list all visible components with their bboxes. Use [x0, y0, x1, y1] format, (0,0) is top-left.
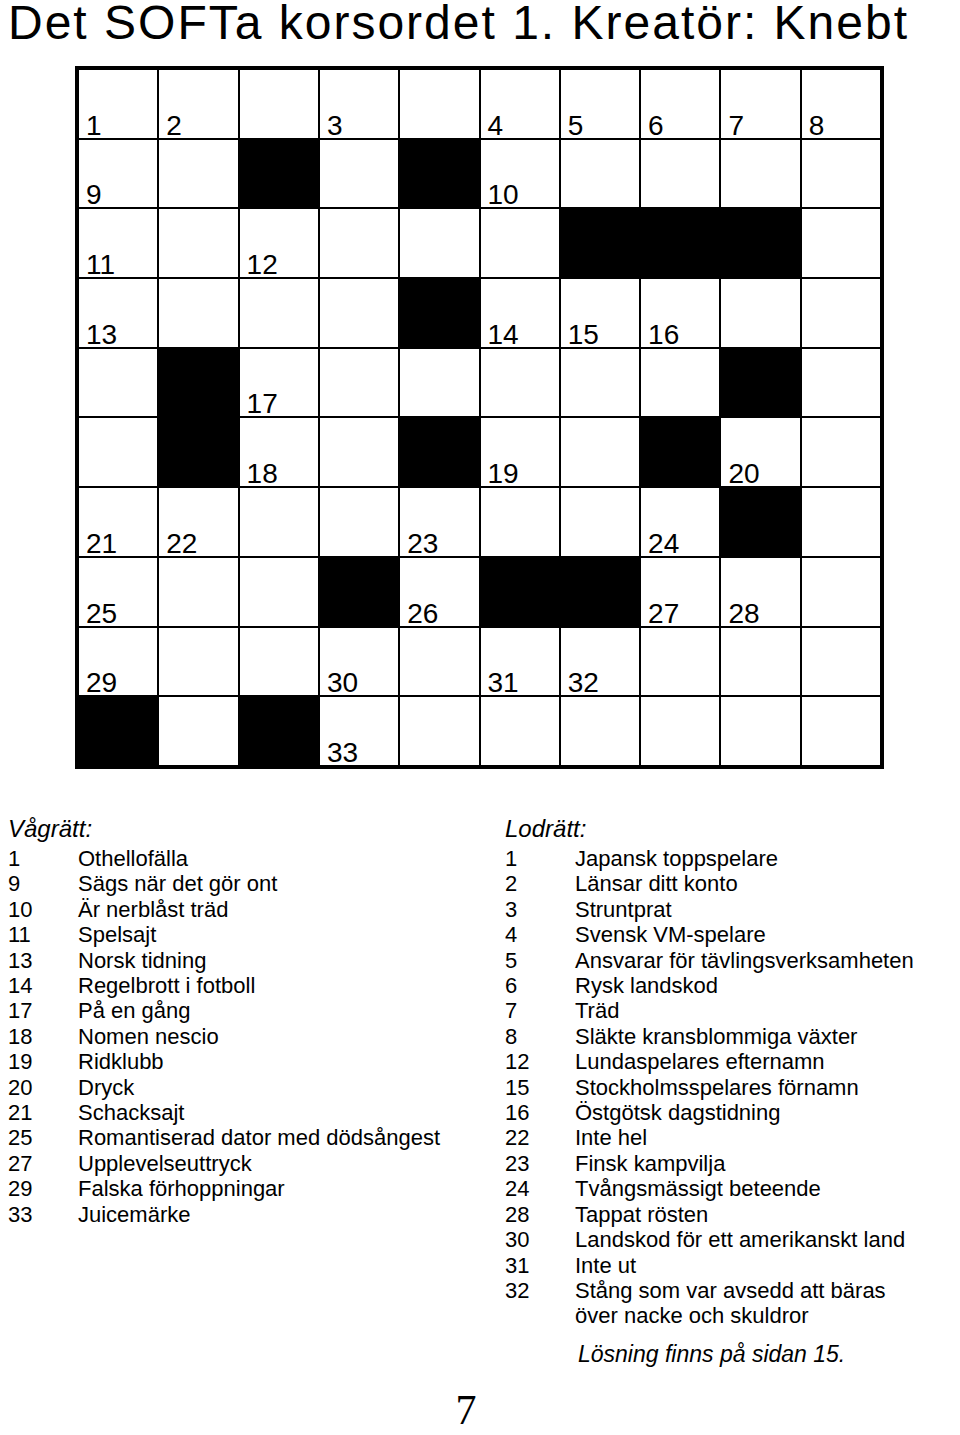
cell-r1c4[interactable]: 3 [319, 69, 399, 139]
clue-number: 23 [505, 1151, 575, 1176]
cell-r8c2[interactable] [158, 557, 238, 627]
cell-r5c7[interactable] [560, 348, 640, 418]
clue-text: Norsk tidning [78, 948, 488, 973]
cell-number: 10 [488, 185, 519, 205]
cell-r5c3[interactable]: 17 [239, 348, 319, 418]
cell-r2c10[interactable] [801, 139, 881, 209]
cell-number: 8 [809, 116, 825, 136]
black-cell-r6c2 [158, 417, 238, 487]
cell-number: 25 [86, 604, 117, 624]
cell-number: 28 [728, 604, 759, 624]
clue-number: 1 [505, 846, 575, 871]
cell-r7c10[interactable] [801, 487, 881, 557]
cell-r6c1[interactable] [78, 417, 158, 487]
clue-number: 15 [505, 1075, 575, 1100]
cell-r9c6[interactable]: 31 [480, 627, 560, 697]
clue-text: Stång som var avsedd att bärasöver nacke… [575, 1278, 957, 1329]
cell-r10c10[interactable] [801, 696, 881, 766]
cell-r4c4[interactable] [319, 278, 399, 348]
cell-number: 18 [247, 464, 278, 484]
clue-number: 11 [8, 922, 78, 947]
cell-r1c2[interactable]: 2 [158, 69, 238, 139]
clue-number: 29 [8, 1176, 78, 1201]
cell-r7c5[interactable]: 23 [399, 487, 479, 557]
down-clue-28: 28Tappat rösten [505, 1202, 957, 1227]
across-clue-20: 20Dryck [8, 1075, 488, 1100]
cell-number: 4 [488, 116, 504, 136]
clue-number: 6 [505, 973, 575, 998]
cell-r3c10[interactable] [801, 208, 881, 278]
black-cell-r8c4 [319, 557, 399, 627]
black-cell-r6c5 [399, 417, 479, 487]
down-clue-32: 32Stång som var avsedd att bärasöver nac… [505, 1278, 957, 1329]
black-cell-r10c3 [239, 696, 319, 766]
cell-r4c8[interactable]: 16 [640, 278, 720, 348]
page-number: 7 [0, 1388, 932, 1432]
cell-number: 5 [568, 116, 584, 136]
cell-r7c2[interactable]: 22 [158, 487, 238, 557]
black-cell-r5c2 [158, 348, 238, 418]
black-cell-r3c8 [640, 208, 720, 278]
cell-r1c9[interactable]: 7 [720, 69, 800, 139]
cell-number: 6 [648, 116, 664, 136]
cell-number: 14 [488, 325, 519, 345]
across-clue-14: 14Regelbrott i fotboll [8, 973, 488, 998]
clue-text: Regelbrott i fotboll [78, 973, 488, 998]
across-clue-11: 11Spelsajt [8, 922, 488, 947]
clue-number: 2 [505, 871, 575, 896]
black-cell-r4c5 [399, 278, 479, 348]
cell-number: 33 [327, 743, 358, 763]
cell-r2c8[interactable] [640, 139, 720, 209]
page-title: Det SOFTa korsordet 1. Kreatör: Knebt [8, 0, 909, 45]
black-cell-r7c9 [720, 487, 800, 557]
cell-r5c8[interactable] [640, 348, 720, 418]
cell-number: 19 [488, 464, 519, 484]
clue-text: Struntprat [575, 897, 957, 922]
down-clue-1: 1Japansk toppspelare [505, 846, 957, 871]
clue-text: Romantiserad dator med dödsångest [78, 1125, 488, 1150]
cell-r10c9[interactable] [720, 696, 800, 766]
clue-text: Lundaspelares efternamn [575, 1049, 957, 1074]
across-clues-section: Vågrätt: 1Othellofälla9Sägs när det gör … [8, 816, 488, 1227]
cell-number: 20 [728, 464, 759, 484]
cell-r3c5[interactable] [399, 208, 479, 278]
across-clue-18: 18Nomen nescio [8, 1024, 488, 1049]
clue-number: 3 [505, 897, 575, 922]
cell-r7c8[interactable]: 24 [640, 487, 720, 557]
cell-r3c4[interactable] [319, 208, 399, 278]
clue-number: 22 [505, 1125, 575, 1150]
clue-text: Schacksajt [78, 1100, 488, 1125]
cell-r7c6[interactable] [480, 487, 560, 557]
cell-r3c6[interactable] [480, 208, 560, 278]
down-clue-list: 1Japansk toppspelare2Länsar ditt konto3S… [505, 846, 957, 1329]
cell-r8c1[interactable]: 25 [78, 557, 158, 627]
clue-text: Är nerblåst träd [78, 897, 488, 922]
cell-r3c1[interactable]: 11 [78, 208, 158, 278]
cell-r3c3[interactable]: 12 [239, 208, 319, 278]
clue-text: Tappat rösten [575, 1202, 957, 1227]
cell-r4c1[interactable]: 13 [78, 278, 158, 348]
clue-number: 13 [8, 948, 78, 973]
down-clue-2: 2Länsar ditt konto [505, 871, 957, 896]
cell-r10c4[interactable]: 33 [319, 696, 399, 766]
cell-number: 21 [86, 534, 117, 554]
cell-r8c8[interactable]: 27 [640, 557, 720, 627]
down-clue-3: 3Struntprat [505, 897, 957, 922]
clue-text: Tvångsmässigt beteende [575, 1176, 957, 1201]
clue-number: 32 [505, 1278, 575, 1329]
cell-r8c5[interactable]: 26 [399, 557, 479, 627]
cell-r4c2[interactable] [158, 278, 238, 348]
clue-number: 14 [8, 973, 78, 998]
across-clue-list: 1Othellofälla9Sägs när det gör ont10Är n… [8, 846, 488, 1227]
clue-text: Länsar ditt konto [575, 871, 957, 896]
black-cell-r2c3 [239, 139, 319, 209]
across-clue-27: 27Upplevelseuttryck [8, 1151, 488, 1176]
across-clue-1: 1Othellofälla [8, 846, 488, 871]
black-cell-r8c6 [480, 557, 560, 627]
down-clue-16: 16Östgötsk dagstidning [505, 1100, 957, 1125]
black-cell-r3c7 [560, 208, 640, 278]
cell-number: 23 [407, 534, 438, 554]
clue-number: 27 [8, 1151, 78, 1176]
cell-r8c10[interactable] [801, 557, 881, 627]
cell-r1c7[interactable]: 5 [560, 69, 640, 139]
cell-number: 22 [166, 534, 197, 554]
cell-r2c1[interactable]: 9 [78, 139, 158, 209]
down-clue-22: 22Inte hel [505, 1125, 957, 1150]
cell-number: 13 [86, 325, 117, 345]
cell-r10c7[interactable] [560, 696, 640, 766]
cell-number: 2 [166, 116, 182, 136]
cell-r5c4[interactable] [319, 348, 399, 418]
down-header: Lodrätt: [505, 816, 957, 846]
clue-text: Släkte kransblommiga växter [575, 1024, 957, 1049]
cell-r5c5[interactable] [399, 348, 479, 418]
clue-text: Falska förhoppningar [78, 1176, 488, 1201]
cell-r9c4[interactable]: 30 [319, 627, 399, 697]
cell-number: 15 [568, 325, 599, 345]
clue-number: 1 [8, 846, 78, 871]
cell-number: 32 [568, 673, 599, 693]
cell-r5c10[interactable] [801, 348, 881, 418]
across-clue-9: 9Sägs när det gör ont [8, 871, 488, 896]
across-clue-19: 19Ridklubb [8, 1049, 488, 1074]
down-clue-6: 6Rysk landskod [505, 973, 957, 998]
clue-text: Juicemärke [78, 1202, 488, 1227]
clue-number: 25 [8, 1125, 78, 1150]
clue-text: På en gång [78, 998, 488, 1023]
cell-r6c7[interactable] [560, 417, 640, 487]
clue-number: 12 [505, 1049, 575, 1074]
cell-r2c7[interactable] [560, 139, 640, 209]
black-cell-r6c8 [640, 417, 720, 487]
clue-text: Rysk landskod [575, 973, 957, 998]
cell-r9c3[interactable] [239, 627, 319, 697]
cell-r7c1[interactable]: 21 [78, 487, 158, 557]
down-clue-15: 15Stockholmsspelares förnamn [505, 1075, 957, 1100]
clue-number: 28 [505, 1202, 575, 1227]
down-clue-4: 4Svensk VM-spelare [505, 922, 957, 947]
cell-r2c9[interactable] [720, 139, 800, 209]
cell-number: 12 [247, 255, 278, 275]
across-clue-17: 17På en gång [8, 998, 488, 1023]
clue-text: Svensk VM-spelare [575, 922, 957, 947]
cell-r1c8[interactable]: 6 [640, 69, 720, 139]
clue-text: Finsk kampvilja [575, 1151, 957, 1176]
cell-number: 9 [86, 185, 102, 205]
cell-r6c6[interactable]: 19 [480, 417, 560, 487]
cell-r8c3[interactable] [239, 557, 319, 627]
clue-text: Stockholmsspelares förnamn [575, 1075, 957, 1100]
clue-text: Inte hel [575, 1125, 957, 1150]
clue-number: 21 [8, 1100, 78, 1125]
cell-number: 31 [488, 673, 519, 693]
clue-number: 19 [8, 1049, 78, 1074]
clue-text: Japansk toppspelare [575, 846, 957, 871]
clue-text: Träd [575, 998, 957, 1023]
clue-number: 7 [505, 998, 575, 1023]
cell-r10c2[interactable] [158, 696, 238, 766]
down-clue-23: 23Finsk kampvilja [505, 1151, 957, 1176]
cell-r8c9[interactable]: 28 [720, 557, 800, 627]
cell-number: 24 [648, 534, 679, 554]
clue-number: 17 [8, 998, 78, 1023]
down-clue-8: 8Släkte kransblommiga växter [505, 1024, 957, 1049]
cell-r4c7[interactable]: 15 [560, 278, 640, 348]
cell-r10c8[interactable] [640, 696, 720, 766]
clue-text-line2: över nacke och skuldror [575, 1303, 957, 1328]
cell-r2c6[interactable]: 10 [480, 139, 560, 209]
clue-text: Othellofälla [78, 846, 488, 871]
across-clue-21: 21Schacksajt [8, 1100, 488, 1125]
down-clue-31: 31Inte ut [505, 1253, 957, 1278]
across-clue-13: 13Norsk tidning [8, 948, 488, 973]
clue-number: 8 [505, 1024, 575, 1049]
cell-number: 16 [648, 325, 679, 345]
cell-r1c3[interactable] [239, 69, 319, 139]
down-clue-12: 12Lundaspelares efternamn [505, 1049, 957, 1074]
cell-r2c4[interactable] [319, 139, 399, 209]
cell-r6c3[interactable]: 18 [239, 417, 319, 487]
cell-r4c9[interactable] [720, 278, 800, 348]
clue-number: 30 [505, 1227, 575, 1252]
cell-r9c7[interactable]: 32 [560, 627, 640, 697]
cell-number: 11 [86, 255, 115, 275]
black-cell-r5c9 [720, 348, 800, 418]
across-clue-29: 29Falska förhoppningar [8, 1176, 488, 1201]
crossword-grid: 1234567891011121314151617181920212223242… [75, 66, 884, 769]
cell-r9c9[interactable] [720, 627, 800, 697]
clue-text: Östgötsk dagstidning [575, 1100, 957, 1125]
cell-r4c6[interactable]: 14 [480, 278, 560, 348]
clue-text: Nomen nescio [78, 1024, 488, 1049]
cell-number: 30 [327, 673, 358, 693]
black-cell-r8c7 [560, 557, 640, 627]
clue-number: 5 [505, 948, 575, 973]
cell-r4c10[interactable] [801, 278, 881, 348]
cell-r6c9[interactable]: 20 [720, 417, 800, 487]
cell-r1c6[interactable]: 4 [480, 69, 560, 139]
cell-r10c5[interactable] [399, 696, 479, 766]
cell-number: 17 [247, 394, 278, 414]
down-clues-section: Lodrätt: 1Japansk toppspelare2Länsar dit… [505, 816, 957, 1329]
cell-r9c5[interactable] [399, 627, 479, 697]
clue-text: Landskod för ett amerikanskt land [575, 1227, 957, 1252]
cell-r6c10[interactable] [801, 417, 881, 487]
black-cell-r2c5 [399, 139, 479, 209]
clue-text: Ansvarar för tävlingsverksamheten [575, 948, 957, 973]
cell-r4c3[interactable] [239, 278, 319, 348]
cell-r5c1[interactable] [78, 348, 158, 418]
cell-r9c8[interactable] [640, 627, 720, 697]
clue-number: 20 [8, 1075, 78, 1100]
clue-number: 16 [505, 1100, 575, 1125]
cell-r1c1[interactable]: 1 [78, 69, 158, 139]
black-cell-r10c1 [78, 696, 158, 766]
clue-text: Ridklubb [78, 1049, 488, 1074]
solution-note: Lösning finns på sidan 15. [578, 1342, 845, 1367]
clue-number: 33 [8, 1202, 78, 1227]
clue-text: Spelsajt [78, 922, 488, 947]
clue-number: 31 [505, 1253, 575, 1278]
clue-text: Upplevelseuttryck [78, 1151, 488, 1176]
clue-number: 10 [8, 897, 78, 922]
cell-number: 26 [407, 604, 438, 624]
cell-r7c4[interactable] [319, 487, 399, 557]
cell-number: 3 [327, 116, 343, 136]
clue-text: Sägs när det gör ont [78, 871, 488, 896]
cell-r10c6[interactable] [480, 696, 560, 766]
cell-r7c3[interactable] [239, 487, 319, 557]
cell-r9c2[interactable] [158, 627, 238, 697]
cell-r3c2[interactable] [158, 208, 238, 278]
cell-number: 29 [86, 673, 117, 693]
cell-number: 27 [648, 604, 679, 624]
cell-number: 1 [86, 116, 102, 136]
clue-text: Inte ut [575, 1253, 957, 1278]
magazine-page: { "game": "crossword", "title": "Det SOF… [0, 0, 960, 1435]
clue-number: 18 [8, 1024, 78, 1049]
across-clue-10: 10Är nerblåst träd [8, 897, 488, 922]
across-clue-25: 25Romantiserad dator med dödsångest [8, 1125, 488, 1150]
across-header: Vågrätt: [8, 816, 488, 846]
black-cell-r3c9 [720, 208, 800, 278]
across-clue-33: 33Juicemärke [8, 1202, 488, 1227]
clue-number: 9 [8, 871, 78, 896]
clue-number: 4 [505, 922, 575, 947]
cell-r1c10[interactable]: 8 [801, 69, 881, 139]
clue-number: 24 [505, 1176, 575, 1201]
cell-r9c10[interactable] [801, 627, 881, 697]
down-clue-7: 7Träd [505, 998, 957, 1023]
down-clue-5: 5Ansvarar för tävlingsverksamheten [505, 948, 957, 973]
cell-r9c1[interactable]: 29 [78, 627, 158, 697]
down-clue-24: 24Tvångsmässigt beteende [505, 1176, 957, 1201]
cell-r7c7[interactable] [560, 487, 640, 557]
clue-text: Dryck [78, 1075, 488, 1100]
cell-r6c4[interactable] [319, 417, 399, 487]
cell-number: 7 [728, 116, 744, 136]
cell-r1c5[interactable] [399, 69, 479, 139]
cell-r5c6[interactable] [480, 348, 560, 418]
down-clue-30: 30Landskod för ett amerikanskt land [505, 1227, 957, 1252]
cell-r2c2[interactable] [158, 139, 238, 209]
